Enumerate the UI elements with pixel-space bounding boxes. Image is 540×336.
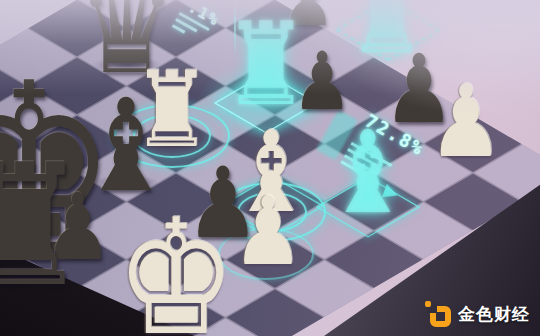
- piece-white-pawn-d2[interactable]: ♟: [232, 184, 304, 279]
- chess-scene: .1% 72.8% ♛♟♜♜♟♟♜♟♝♝♝♟♚♟♟♜♚ 金色财经: [0, 0, 540, 336]
- piece-black-rook[interactable]: ♜: [0, 142, 88, 310]
- watermark: 金色财经: [426, 302, 530, 327]
- watermark-text: 金色财经: [458, 303, 530, 326]
- piece-holo-bishop[interactable]: ♝: [325, 116, 411, 230]
- piece-white-king[interactable]: ♚: [116, 198, 236, 336]
- piece-white-pawn-h2[interactable]: ♟: [428, 72, 503, 172]
- jinse-caijing-logo-icon: [426, 302, 451, 327]
